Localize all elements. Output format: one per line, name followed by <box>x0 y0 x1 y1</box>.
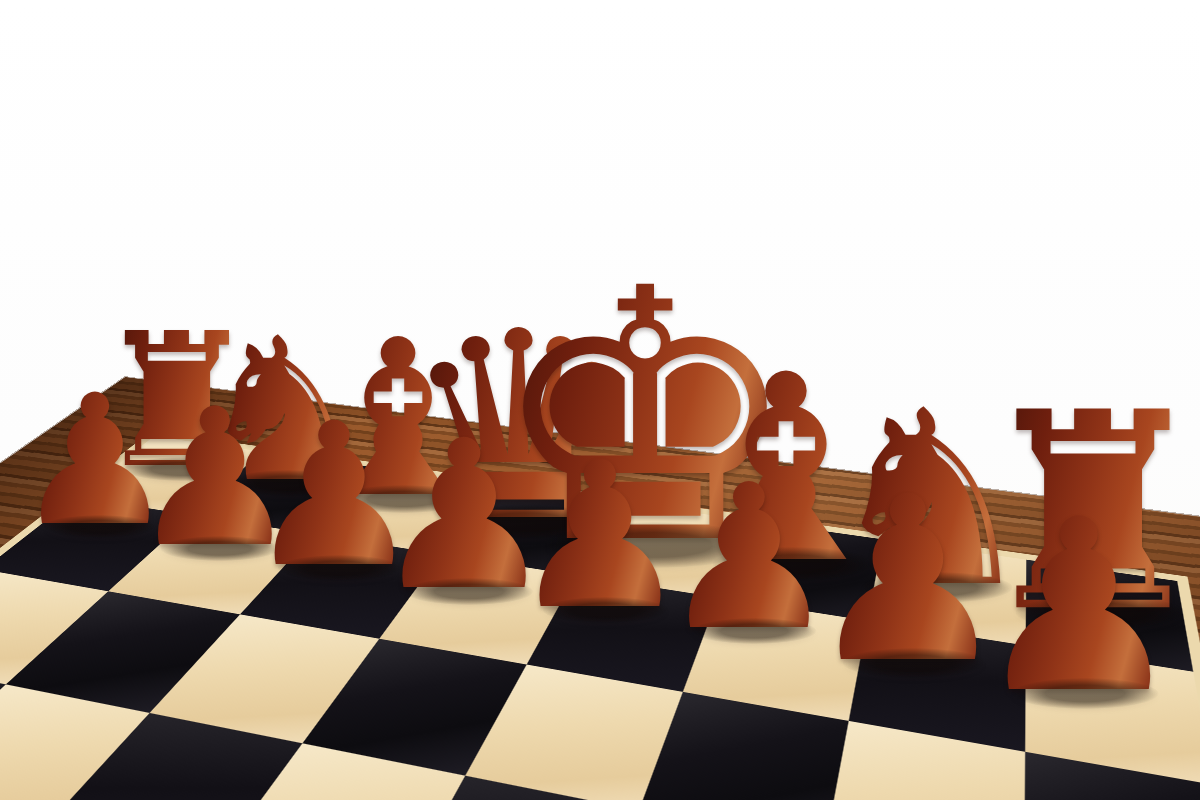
piece-red-pawn-h7[interactable]: ♟ <box>972 488 1185 726</box>
pieces-layer: ♜♞♝♛♚♝♞♜♟♟♟♟♟♟♟♟ <box>0 0 1200 800</box>
photo-scene: ♜♞♝♛♚♝♞♜♟♟♟♟♟♟♟♟ <box>0 0 1200 800</box>
